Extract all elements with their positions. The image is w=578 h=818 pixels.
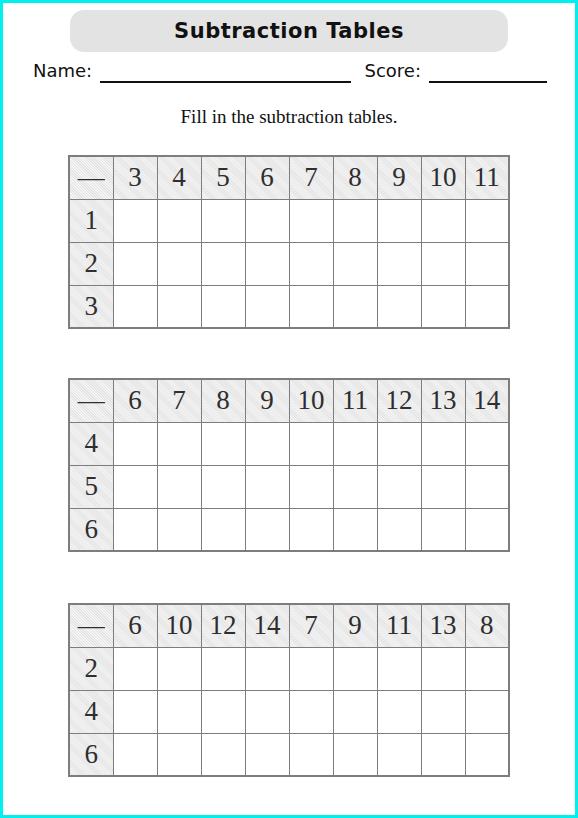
row-header-cell: 2 <box>69 647 113 690</box>
answer-cell[interactable] <box>157 733 201 776</box>
name-label: Name: <box>33 59 100 83</box>
col-header-cell: 5 <box>201 156 245 199</box>
col-header-cell: 14 <box>245 604 289 647</box>
table-row: 4 <box>69 422 509 465</box>
answer-cell[interactable] <box>201 690 245 733</box>
answer-cell[interactable] <box>201 199 245 242</box>
col-header-cell: 7 <box>289 604 333 647</box>
answer-cell[interactable] <box>157 285 201 328</box>
answer-cell[interactable] <box>465 285 509 328</box>
answer-cell[interactable] <box>465 647 509 690</box>
answer-cell[interactable] <box>289 199 333 242</box>
answer-cell[interactable] <box>421 285 465 328</box>
col-header-cell: 8 <box>333 156 377 199</box>
answer-cell[interactable] <box>377 422 421 465</box>
instruction-text: Fill in the subtraction tables. <box>3 106 575 128</box>
answer-cell[interactable] <box>289 422 333 465</box>
answer-cell[interactable] <box>245 465 289 508</box>
answer-cell[interactable] <box>201 647 245 690</box>
answer-cell[interactable] <box>113 242 157 285</box>
answer-cell[interactable] <box>333 508 377 551</box>
answer-cell[interactable] <box>113 508 157 551</box>
answer-cell[interactable] <box>201 733 245 776</box>
row-header-cell: 1 <box>69 199 113 242</box>
col-header-cell: 8 <box>465 604 509 647</box>
answer-cell[interactable] <box>333 285 377 328</box>
answer-cell[interactable] <box>377 647 421 690</box>
col-header-cell: 7 <box>157 379 201 422</box>
answer-cell[interactable] <box>245 242 289 285</box>
col-header-cell: 9 <box>333 604 377 647</box>
answer-cell[interactable] <box>377 465 421 508</box>
subtraction-table-1: —34567891011123 <box>68 155 510 329</box>
answer-cell[interactable] <box>289 647 333 690</box>
row-header-cell: 6 <box>69 508 113 551</box>
row-header-cell: 6 <box>69 733 113 776</box>
table-row: 6 <box>69 733 509 776</box>
answer-cell[interactable] <box>245 199 289 242</box>
col-header-cell: 7 <box>289 156 333 199</box>
row-header-cell: 3 <box>69 285 113 328</box>
answer-cell[interactable] <box>377 690 421 733</box>
answer-cell[interactable] <box>245 647 289 690</box>
answer-cell[interactable] <box>157 508 201 551</box>
operator-corner-cell: — <box>69 379 113 422</box>
row-header-cell: 4 <box>69 422 113 465</box>
col-header-cell: 11 <box>333 379 377 422</box>
answer-cell[interactable] <box>289 508 333 551</box>
answer-cell[interactable] <box>377 285 421 328</box>
answer-cell[interactable] <box>377 508 421 551</box>
col-header-cell: 4 <box>157 156 201 199</box>
answer-cell[interactable] <box>113 199 157 242</box>
answer-cell[interactable] <box>465 690 509 733</box>
answer-cell[interactable] <box>333 199 377 242</box>
table-row: 3 <box>69 285 509 328</box>
col-header-cell: 10 <box>157 604 201 647</box>
answer-cell[interactable] <box>157 422 201 465</box>
col-header-cell: 9 <box>245 379 289 422</box>
col-header-cell: 14 <box>465 379 509 422</box>
answer-cell[interactable] <box>289 690 333 733</box>
table-row: 1 <box>69 199 509 242</box>
answer-cell[interactable] <box>245 422 289 465</box>
answer-cell[interactable] <box>421 733 465 776</box>
answer-cell[interactable] <box>289 465 333 508</box>
answer-cell[interactable] <box>157 199 201 242</box>
answer-cell[interactable] <box>157 465 201 508</box>
subtraction-table-2: —67891011121314456 <box>68 378 510 552</box>
answer-cell[interactable] <box>333 465 377 508</box>
answer-cell[interactable] <box>113 647 157 690</box>
score-field[interactable] <box>429 59 547 83</box>
row-header-cell: 4 <box>69 690 113 733</box>
answer-cell[interactable] <box>421 422 465 465</box>
answer-cell[interactable] <box>245 508 289 551</box>
score-label: Score: <box>365 59 429 83</box>
answer-cell[interactable] <box>421 690 465 733</box>
answer-cell[interactable] <box>201 242 245 285</box>
answer-cell[interactable] <box>333 647 377 690</box>
subtraction-table-3: —61012147911138246 <box>68 603 510 777</box>
table-row: 5 <box>69 465 509 508</box>
answer-cell[interactable] <box>421 508 465 551</box>
answer-cell[interactable] <box>157 647 201 690</box>
col-header-cell: 10 <box>421 156 465 199</box>
name-field[interactable] <box>100 59 350 83</box>
col-header-cell: 11 <box>465 156 509 199</box>
col-header-cell: 6 <box>113 379 157 422</box>
page-title: Subtraction Tables <box>174 19 404 43</box>
row-header-cell: 5 <box>69 465 113 508</box>
answer-cell[interactable] <box>421 647 465 690</box>
col-header-cell: 11 <box>377 604 421 647</box>
answer-cell[interactable] <box>377 242 421 285</box>
operator-corner-cell: — <box>69 604 113 647</box>
answer-cell[interactable] <box>201 422 245 465</box>
header-row: —34567891011 <box>69 156 509 199</box>
col-header-cell: 8 <box>201 379 245 422</box>
col-header-cell: 13 <box>421 604 465 647</box>
col-header-cell: 12 <box>201 604 245 647</box>
answer-cell[interactable] <box>465 733 509 776</box>
answer-cell[interactable] <box>333 690 377 733</box>
answer-cell[interactable] <box>289 242 333 285</box>
answer-cell[interactable] <box>289 733 333 776</box>
answer-cell[interactable] <box>333 242 377 285</box>
answer-cell[interactable] <box>465 465 509 508</box>
answer-cell[interactable] <box>289 285 333 328</box>
operator-corner-cell: — <box>69 156 113 199</box>
col-header-cell: 13 <box>421 379 465 422</box>
answer-cell[interactable] <box>465 199 509 242</box>
header-row: —61012147911138 <box>69 604 509 647</box>
table-row: 4 <box>69 690 509 733</box>
header-row: —67891011121314 <box>69 379 509 422</box>
answer-cell[interactable] <box>465 422 509 465</box>
answer-cell[interactable] <box>201 508 245 551</box>
answer-cell[interactable] <box>113 690 157 733</box>
name-score-row: Name: Score: <box>33 59 547 83</box>
title-pill: Subtraction Tables <box>70 10 508 52</box>
answer-cell[interactable] <box>245 690 289 733</box>
answer-cell[interactable] <box>465 508 509 551</box>
row-header-cell: 2 <box>69 242 113 285</box>
answer-cell[interactable] <box>201 465 245 508</box>
answer-cell[interactable] <box>201 285 245 328</box>
table-row: 2 <box>69 647 509 690</box>
answer-cell[interactable] <box>377 733 421 776</box>
table-row: 6 <box>69 508 509 551</box>
answer-cell[interactable] <box>113 465 157 508</box>
answer-cell[interactable] <box>333 733 377 776</box>
answer-cell[interactable] <box>421 465 465 508</box>
table-row: 2 <box>69 242 509 285</box>
col-header-cell: 12 <box>377 379 421 422</box>
col-header-cell: 9 <box>377 156 421 199</box>
answer-cell[interactable] <box>465 242 509 285</box>
col-header-cell: 10 <box>289 379 333 422</box>
answer-cell[interactable] <box>333 422 377 465</box>
answer-cell[interactable] <box>113 733 157 776</box>
answer-cell[interactable] <box>245 733 289 776</box>
answer-cell[interactable] <box>157 690 201 733</box>
answer-cell[interactable] <box>421 199 465 242</box>
col-header-cell: 6 <box>113 604 157 647</box>
answer-cell[interactable] <box>113 422 157 465</box>
answer-cell[interactable] <box>421 242 465 285</box>
answer-cell[interactable] <box>245 285 289 328</box>
answer-cell[interactable] <box>113 285 157 328</box>
col-header-cell: 3 <box>113 156 157 199</box>
answer-cell[interactable] <box>157 242 201 285</box>
worksheet-page: Subtraction Tables Name: Score: Fill in … <box>0 0 578 818</box>
col-header-cell: 6 <box>245 156 289 199</box>
answer-cell[interactable] <box>377 199 421 242</box>
